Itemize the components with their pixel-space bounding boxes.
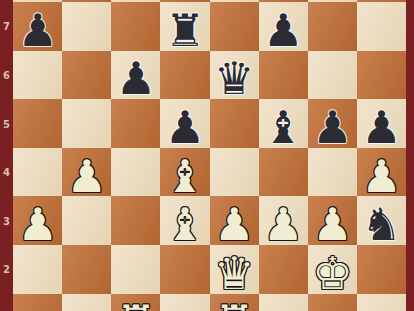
square-h1 [357, 294, 406, 311]
square-h3: ♞ [357, 196, 406, 245]
white-rook-icon: ♜ [214, 299, 254, 311]
square-a3: ♟ [13, 196, 62, 245]
square-e7 [210, 2, 259, 51]
black-queen-icon: ♛ [214, 56, 254, 101]
square-d4: ♝ [160, 148, 209, 197]
square-e2: ♛ [210, 245, 259, 294]
white-pawn-icon: ♟ [263, 202, 303, 247]
square-b5 [62, 99, 111, 148]
square-b7 [62, 2, 111, 51]
square-f3: ♟ [259, 196, 308, 245]
square-c1: ♜ [111, 294, 160, 311]
square-c3 [111, 196, 160, 245]
square-f6 [259, 51, 308, 100]
black-pawn-icon: ♟ [116, 56, 156, 101]
square-b2 [62, 245, 111, 294]
square-g3: ♟ [308, 196, 357, 245]
square-g1 [308, 294, 357, 311]
square-a7: ♟ [13, 2, 62, 51]
black-pawn-icon: ♟ [17, 8, 57, 53]
white-pawn-icon: ♟ [214, 202, 254, 247]
square-d1 [160, 294, 209, 311]
white-king-icon: ♚ [312, 251, 352, 296]
square-b4: ♟ [62, 148, 111, 197]
square-e1: ♜ [210, 294, 259, 311]
black-bishop-icon: ♝ [263, 105, 303, 150]
square-e5 [210, 99, 259, 148]
square-g7 [308, 2, 357, 51]
square-a2 [13, 245, 62, 294]
square-c2 [111, 245, 160, 294]
square-f7: ♟ [259, 2, 308, 51]
square-f4 [259, 148, 308, 197]
white-bishop-icon: ♝ [165, 202, 205, 247]
square-d6 [160, 51, 209, 100]
white-pawn-icon: ♟ [312, 202, 352, 247]
square-d3: ♝ [160, 196, 209, 245]
rank-label-5: 5 [0, 118, 13, 129]
square-c5 [111, 99, 160, 148]
rank-label-3: 3 [0, 215, 13, 226]
square-g5: ♟ [308, 99, 357, 148]
white-queen-icon: ♛ [214, 251, 254, 296]
square-a5 [13, 99, 62, 148]
black-pawn-icon: ♟ [165, 105, 205, 150]
rank-label-2: 2 [0, 264, 13, 275]
white-pawn-icon: ♟ [361, 154, 401, 199]
square-c7 [111, 2, 160, 51]
square-d2 [160, 245, 209, 294]
chess-board: ♟♜♟♟♛♟♝♟♟♟♝♟♟♝♟♟♟♞♛♚♜♜ [13, 0, 406, 311]
square-g2: ♚ [308, 245, 357, 294]
square-g6 [308, 51, 357, 100]
square-h7 [357, 2, 406, 51]
rank-label-4: 4 [0, 167, 13, 178]
square-h5: ♟ [357, 99, 406, 148]
white-pawn-icon: ♟ [67, 154, 107, 199]
square-b6 [62, 51, 111, 100]
chess-diagram: ♟♜♟♟♛♟♝♟♟♟♝♟♟♝♟♟♟♞♛♚♜♜ 765432 [0, 0, 414, 311]
square-d5: ♟ [160, 99, 209, 148]
square-b1 [62, 294, 111, 311]
square-c4 [111, 148, 160, 197]
square-a4 [13, 148, 62, 197]
square-c6: ♟ [111, 51, 160, 100]
white-bishop-icon: ♝ [165, 154, 205, 199]
white-rook-icon: ♜ [116, 299, 156, 311]
black-pawn-icon: ♟ [312, 105, 352, 150]
square-g4 [308, 148, 357, 197]
square-h4: ♟ [357, 148, 406, 197]
square-h6 [357, 51, 406, 100]
black-rook-icon: ♜ [165, 8, 205, 53]
black-pawn-icon: ♟ [263, 8, 303, 53]
square-a1 [13, 294, 62, 311]
square-f2 [259, 245, 308, 294]
rank-label-6: 6 [0, 69, 13, 80]
white-pawn-icon: ♟ [17, 202, 57, 247]
square-e4 [210, 148, 259, 197]
square-e6: ♛ [210, 51, 259, 100]
square-e3: ♟ [210, 196, 259, 245]
square-h2 [357, 245, 406, 294]
square-f5: ♝ [259, 99, 308, 148]
square-d7: ♜ [160, 2, 209, 51]
square-a6 [13, 51, 62, 100]
rank-label-7: 7 [0, 21, 13, 32]
square-b3 [62, 196, 111, 245]
black-knight-icon: ♞ [361, 202, 401, 247]
black-pawn-icon: ♟ [361, 105, 401, 150]
square-f1 [259, 294, 308, 311]
